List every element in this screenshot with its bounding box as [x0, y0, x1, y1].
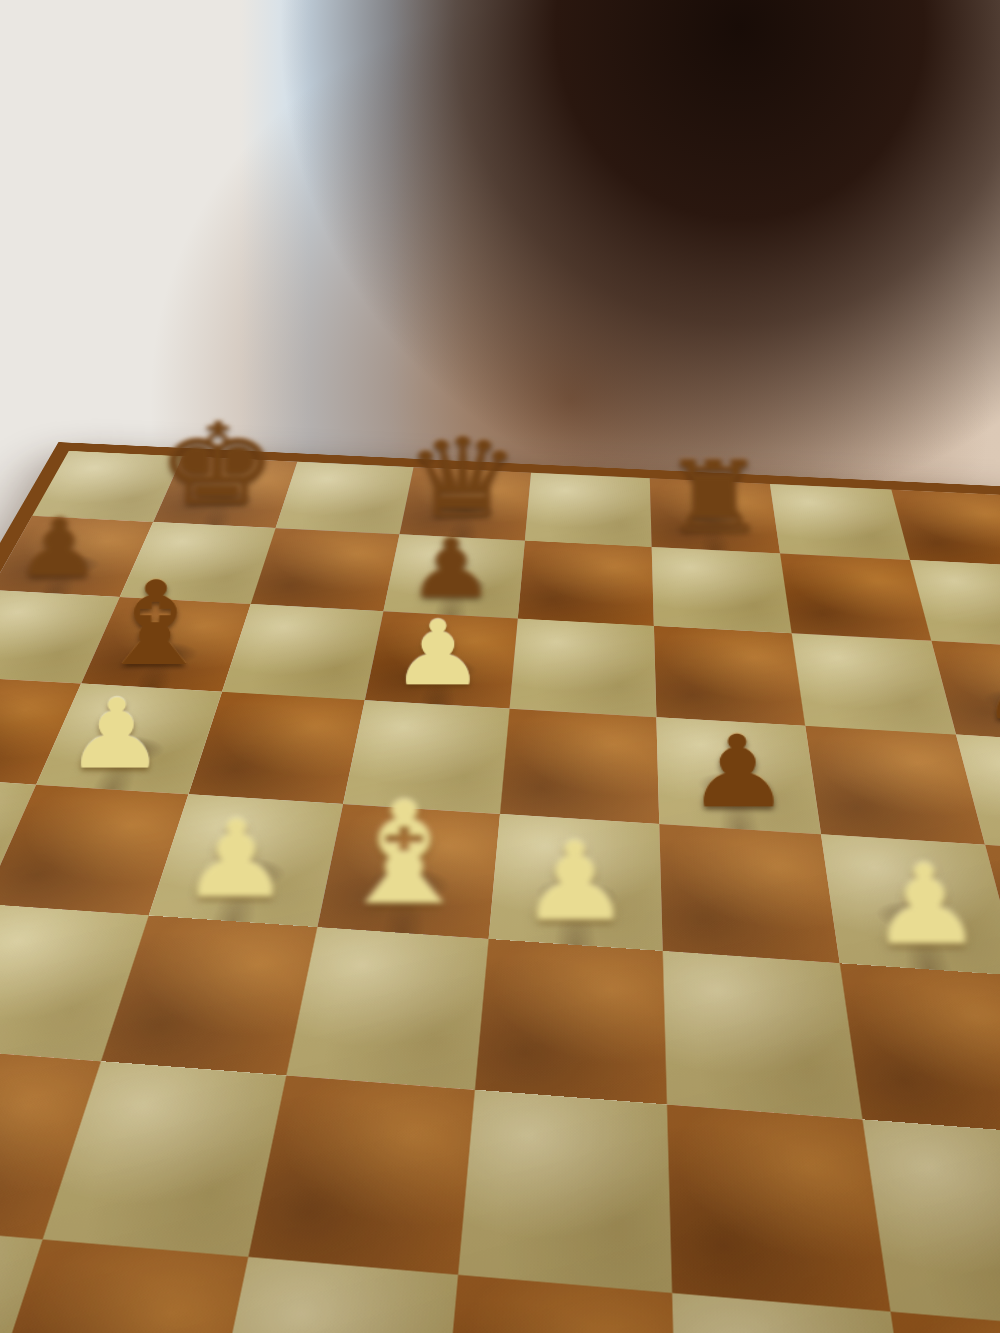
piece-brown-queen-d8[interactable]: ♛: [404, 424, 522, 533]
square-g3[interactable]: [840, 963, 1000, 1134]
square-f7[interactable]: [652, 547, 792, 633]
piece-brown-king-b8[interactable]: ♚: [155, 408, 279, 521]
square-b8[interactable]: ♚: [153, 456, 297, 528]
square-e3[interactable]: [475, 939, 667, 1104]
square-d4[interactable]: ♝: [317, 804, 500, 939]
piece-cream-pawn-d6[interactable]: ♟: [390, 609, 485, 699]
piece-cream-pawn-c4[interactable]: ♟: [179, 806, 292, 913]
square-h8[interactable]: [891, 490, 1000, 567]
piece-cream-bishop-d4[interactable]: ♝: [330, 783, 479, 925]
piece-brown-pawn-f5[interactable]: ♟: [685, 722, 792, 822]
square-c2[interactable]: [43, 1061, 287, 1257]
chess-board[interactable]: ♚♛♜♟♟♝♟♟♟♟♟♟♝♟♟: [0, 442, 1000, 1333]
square-c6[interactable]: [222, 604, 383, 700]
square-d1[interactable]: [201, 1257, 458, 1333]
square-e7[interactable]: [518, 541, 654, 626]
square-c8[interactable]: [276, 462, 414, 535]
square-f8[interactable]: ♜: [650, 478, 780, 553]
piece-brown-pawn-a7[interactable]: ♟: [14, 508, 103, 589]
square-f6[interactable]: [654, 626, 805, 726]
piece-brown-pawn-h6[interactable]: ♟: [977, 640, 1000, 733]
square-c3[interactable]: [101, 915, 317, 1075]
square-e6[interactable]: [510, 619, 657, 718]
square-c7[interactable]: [251, 528, 400, 611]
square-g8[interactable]: [770, 484, 910, 560]
square-d3[interactable]: [286, 927, 488, 1090]
square-g5[interactable]: [805, 726, 985, 845]
square-d2[interactable]: [248, 1075, 475, 1275]
square-g7[interactable]: [780, 554, 931, 641]
square-d6[interactable]: ♟: [365, 611, 518, 708]
square-e2[interactable]: [458, 1090, 672, 1293]
square-b4[interactable]: [0, 785, 188, 916]
scene: ♚♛♜♟♟♝♟♟♟♟♟♟♝♟♟: [0, 0, 1000, 1333]
square-f2[interactable]: [667, 1104, 891, 1311]
square-e5[interactable]: [500, 709, 659, 824]
piece-cream-pawn-b5[interactable]: ♟: [64, 686, 168, 783]
square-f4[interactable]: [659, 824, 839, 963]
piece-brown-pawn-d7[interactable]: ♟: [407, 527, 495, 610]
square-g4[interactable]: ♟: [821, 834, 1000, 975]
square-e4[interactable]: ♟: [489, 814, 663, 951]
piece-cream-pawn-e4[interactable]: ♟: [518, 828, 632, 937]
square-c1[interactable]: [0, 1239, 248, 1333]
piece-brown-rook-f8[interactable]: ♜: [660, 447, 768, 546]
piece-brown-bishop-b6[interactable]: ♝: [92, 566, 218, 682]
square-f5[interactable]: ♟: [656, 717, 821, 834]
square-f3[interactable]: [663, 951, 863, 1119]
square-g6[interactable]: [792, 633, 956, 734]
square-e8[interactable]: [525, 473, 652, 547]
piece-cream-pawn-g4[interactable]: ♟: [866, 850, 986, 961]
